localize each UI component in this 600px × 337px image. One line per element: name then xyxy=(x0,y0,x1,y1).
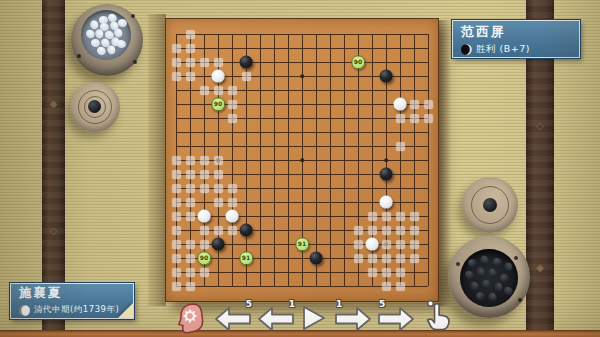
board-cell[interactable] xyxy=(351,265,365,279)
board-cell[interactable] xyxy=(365,279,379,293)
board-cell[interactable] xyxy=(169,41,183,55)
board-cell[interactable] xyxy=(281,83,295,97)
board-cell[interactable] xyxy=(211,237,225,251)
board-cell[interactable] xyxy=(421,41,435,55)
board-cell[interactable] xyxy=(323,153,337,167)
board-cell[interactable] xyxy=(253,237,267,251)
board-cell[interactable] xyxy=(421,181,435,195)
board-cell[interactable] xyxy=(253,223,267,237)
board-cell[interactable] xyxy=(323,237,337,251)
board-cell[interactable] xyxy=(211,251,225,265)
board-cell[interactable] xyxy=(239,181,253,195)
board-cell[interactable] xyxy=(309,223,323,237)
board-cell[interactable] xyxy=(351,125,365,139)
board-cell[interactable] xyxy=(337,181,351,195)
board-cell[interactable] xyxy=(225,27,239,41)
board-cell[interactable] xyxy=(379,237,393,251)
board-cell[interactable] xyxy=(211,139,225,153)
board-cell[interactable] xyxy=(337,27,351,41)
board-cell[interactable] xyxy=(323,139,337,153)
board-cell[interactable] xyxy=(225,69,239,83)
board-cell[interactable] xyxy=(295,125,309,139)
board-cell[interactable] xyxy=(211,55,225,69)
board-cell[interactable] xyxy=(323,69,337,83)
forward-1-button[interactable]: 1 xyxy=(334,305,372,333)
board-cell[interactable] xyxy=(239,237,253,251)
board-cell[interactable] xyxy=(351,223,365,237)
board-cell[interactable] xyxy=(295,139,309,153)
board-cell[interactable] xyxy=(379,153,393,167)
board-cell[interactable] xyxy=(323,251,337,265)
board-cell[interactable] xyxy=(379,125,393,139)
board-cell[interactable] xyxy=(281,97,295,111)
board-cell[interactable] xyxy=(211,181,225,195)
board-cell[interactable] xyxy=(393,181,407,195)
board-cell[interactable] xyxy=(183,251,197,265)
board-cell[interactable] xyxy=(267,209,281,223)
board-cell[interactable] xyxy=(225,181,239,195)
board-cell[interactable] xyxy=(267,97,281,111)
board-cell[interactable] xyxy=(267,265,281,279)
board-cell[interactable] xyxy=(309,209,323,223)
play-button[interactable] xyxy=(299,304,327,332)
board-cell[interactable] xyxy=(239,97,253,111)
board-cell[interactable] xyxy=(337,265,351,279)
board-cell[interactable] xyxy=(295,153,309,167)
board-cell[interactable] xyxy=(337,83,351,97)
board-cell[interactable] xyxy=(281,153,295,167)
board-cell[interactable] xyxy=(309,237,323,251)
board-cell[interactable] xyxy=(379,139,393,153)
board-cell[interactable] xyxy=(253,279,267,293)
board-cell[interactable] xyxy=(183,265,197,279)
board-cell[interactable] xyxy=(281,27,295,41)
board-cell[interactable] xyxy=(421,223,435,237)
board-cell[interactable] xyxy=(253,195,267,209)
board-cell[interactable] xyxy=(211,265,225,279)
board-cell[interactable] xyxy=(183,97,197,111)
board-cell[interactable] xyxy=(225,279,239,293)
board-cell[interactable] xyxy=(267,27,281,41)
board-cell[interactable] xyxy=(323,111,337,125)
board-cell[interactable] xyxy=(407,69,421,83)
board-cell[interactable] xyxy=(365,265,379,279)
board-cell[interactable] xyxy=(295,181,309,195)
board-cell[interactable] xyxy=(295,27,309,41)
board-cell[interactable] xyxy=(393,223,407,237)
board-cell[interactable]: 90 xyxy=(197,251,211,265)
board-cell[interactable] xyxy=(295,209,309,223)
board-cell[interactable] xyxy=(421,279,435,293)
board-cell[interactable] xyxy=(309,153,323,167)
board-cell[interactable] xyxy=(183,279,197,293)
board-cell[interactable] xyxy=(351,209,365,223)
board-cell[interactable] xyxy=(211,167,225,181)
board-cell[interactable] xyxy=(239,83,253,97)
place-stone-button[interactable] xyxy=(420,299,451,333)
board-cell[interactable] xyxy=(169,55,183,69)
board-cell[interactable] xyxy=(421,83,435,97)
board-cell[interactable] xyxy=(421,55,435,69)
board-cell[interactable] xyxy=(225,251,239,265)
board-cell[interactable] xyxy=(309,97,323,111)
board-cell[interactable] xyxy=(323,27,337,41)
board-cell[interactable] xyxy=(183,83,197,97)
board-cell[interactable] xyxy=(211,41,225,55)
board-cell[interactable] xyxy=(323,167,337,181)
board-cell[interactable] xyxy=(197,195,211,209)
board-cell[interactable] xyxy=(169,279,183,293)
board-cell[interactable] xyxy=(407,209,421,223)
board-cell[interactable] xyxy=(309,111,323,125)
board-cell[interactable] xyxy=(169,153,183,167)
board-cell[interactable] xyxy=(337,167,351,181)
board-cell[interactable] xyxy=(379,69,393,83)
board-cell[interactable] xyxy=(281,265,295,279)
board-cell[interactable] xyxy=(351,153,365,167)
board-cell[interactable] xyxy=(323,83,337,97)
board-cell[interactable] xyxy=(183,27,197,41)
board-cell[interactable] xyxy=(169,209,183,223)
board-cell[interactable] xyxy=(281,237,295,251)
board-cell[interactable] xyxy=(169,139,183,153)
board-cell[interactable] xyxy=(197,223,211,237)
board-cell[interactable] xyxy=(253,265,267,279)
board-cell[interactable] xyxy=(239,69,253,83)
board-cell[interactable] xyxy=(281,181,295,195)
board-cell[interactable] xyxy=(309,265,323,279)
board-cell[interactable] xyxy=(295,279,309,293)
board-cell[interactable] xyxy=(337,55,351,69)
board-cell[interactable] xyxy=(365,27,379,41)
board-cell[interactable] xyxy=(309,251,323,265)
board-cell[interactable] xyxy=(365,97,379,111)
board-cell[interactable] xyxy=(239,153,253,167)
board-cell[interactable] xyxy=(295,111,309,125)
board-cell[interactable] xyxy=(267,69,281,83)
board-cell[interactable] xyxy=(407,55,421,69)
board-cell[interactable] xyxy=(337,153,351,167)
board-cell[interactable] xyxy=(309,69,323,83)
board-cell[interactable] xyxy=(281,251,295,265)
board-cell[interactable] xyxy=(393,111,407,125)
board-cell[interactable] xyxy=(267,55,281,69)
board-cell[interactable] xyxy=(337,111,351,125)
board-cell[interactable]: 90 xyxy=(351,55,365,69)
board-cell[interactable] xyxy=(281,41,295,55)
board-cell[interactable] xyxy=(281,139,295,153)
board-cell[interactable] xyxy=(393,83,407,97)
board-cell[interactable] xyxy=(183,139,197,153)
board-cell[interactable] xyxy=(421,139,435,153)
board-cell[interactable] xyxy=(379,209,393,223)
board-cell[interactable] xyxy=(407,237,421,251)
board-cell[interactable] xyxy=(225,97,239,111)
board-cell[interactable] xyxy=(253,41,267,55)
board-cell[interactable] xyxy=(225,195,239,209)
board-cell[interactable] xyxy=(183,195,197,209)
ai-hint-button[interactable] xyxy=(176,302,204,334)
board-cell[interactable] xyxy=(197,279,211,293)
board-cell[interactable] xyxy=(351,251,365,265)
board-cell[interactable] xyxy=(351,181,365,195)
board-cell[interactable] xyxy=(295,265,309,279)
board-cell[interactable] xyxy=(421,27,435,41)
board-cell[interactable] xyxy=(197,97,211,111)
board-cell[interactable] xyxy=(337,209,351,223)
board-cell[interactable] xyxy=(407,153,421,167)
board-cell[interactable] xyxy=(253,97,267,111)
board-cell[interactable] xyxy=(379,167,393,181)
board-cell[interactable] xyxy=(309,139,323,153)
board-cell[interactable] xyxy=(393,265,407,279)
board-cell[interactable] xyxy=(421,251,435,265)
back-1-button[interactable]: 1 xyxy=(257,305,295,333)
board-cell[interactable] xyxy=(253,209,267,223)
board-cell[interactable] xyxy=(267,83,281,97)
board-cell[interactable] xyxy=(225,125,239,139)
board-cell[interactable] xyxy=(323,195,337,209)
board-cell[interactable] xyxy=(365,125,379,139)
board-cell[interactable] xyxy=(239,139,253,153)
board-cell[interactable] xyxy=(323,181,337,195)
board-cell[interactable] xyxy=(281,223,295,237)
board-cell[interactable] xyxy=(239,279,253,293)
board-cell[interactable] xyxy=(239,125,253,139)
board-cell[interactable] xyxy=(379,265,393,279)
board-cell[interactable] xyxy=(337,237,351,251)
board-cell[interactable] xyxy=(379,279,393,293)
board-cell[interactable] xyxy=(393,153,407,167)
board-cell[interactable] xyxy=(267,181,281,195)
board-cell[interactable] xyxy=(197,237,211,251)
board-cell[interactable] xyxy=(351,41,365,55)
board-cell[interactable] xyxy=(393,27,407,41)
board-cell[interactable] xyxy=(365,55,379,69)
board-cell[interactable] xyxy=(393,195,407,209)
board-cell[interactable] xyxy=(183,181,197,195)
board-cell[interactable] xyxy=(253,139,267,153)
board-cell[interactable] xyxy=(421,167,435,181)
board-cell[interactable] xyxy=(309,195,323,209)
board-cell[interactable] xyxy=(267,125,281,139)
board-cell[interactable] xyxy=(211,27,225,41)
board-cell[interactable] xyxy=(197,41,211,55)
board-cell[interactable] xyxy=(225,139,239,153)
board-cell[interactable] xyxy=(183,55,197,69)
board-cell[interactable] xyxy=(267,153,281,167)
board-cell[interactable] xyxy=(281,279,295,293)
board-cell[interactable] xyxy=(323,209,337,223)
board-cell[interactable] xyxy=(225,265,239,279)
board-cell[interactable] xyxy=(267,41,281,55)
board-cell[interactable] xyxy=(309,181,323,195)
board-cell[interactable] xyxy=(281,125,295,139)
board-cell[interactable] xyxy=(407,195,421,209)
board-cell[interactable] xyxy=(365,41,379,55)
board-cell[interactable] xyxy=(211,279,225,293)
board-cell[interactable] xyxy=(407,223,421,237)
board-cell[interactable] xyxy=(253,153,267,167)
board-cell[interactable] xyxy=(253,55,267,69)
board-cell[interactable] xyxy=(169,251,183,265)
board-cell[interactable] xyxy=(197,83,211,97)
board-cell[interactable] xyxy=(323,97,337,111)
board-cell[interactable] xyxy=(183,125,197,139)
board-cell[interactable] xyxy=(365,195,379,209)
board-cell[interactable] xyxy=(421,69,435,83)
board-cell[interactable] xyxy=(295,69,309,83)
board-cell[interactable] xyxy=(197,111,211,125)
board-cell[interactable] xyxy=(225,111,239,125)
board-cell[interactable] xyxy=(267,167,281,181)
board-cell[interactable] xyxy=(295,41,309,55)
board-cell[interactable] xyxy=(197,265,211,279)
board-cell[interactable] xyxy=(407,181,421,195)
board-cell[interactable] xyxy=(421,97,435,111)
board-cell[interactable] xyxy=(169,27,183,41)
board-cell[interactable] xyxy=(281,195,295,209)
board-cell[interactable] xyxy=(379,41,393,55)
board-cell[interactable] xyxy=(197,153,211,167)
board-cell[interactable] xyxy=(211,125,225,139)
board-cell[interactable] xyxy=(225,209,239,223)
board-cell[interactable] xyxy=(351,27,365,41)
board-cell[interactable] xyxy=(239,167,253,181)
board-cell[interactable]: 90 xyxy=(211,97,225,111)
board-cell[interactable] xyxy=(295,223,309,237)
board-cell[interactable] xyxy=(365,167,379,181)
board-cell[interactable] xyxy=(407,97,421,111)
board-cell[interactable] xyxy=(295,97,309,111)
board-cell[interactable] xyxy=(407,111,421,125)
board-cell[interactable] xyxy=(337,279,351,293)
board-cell[interactable] xyxy=(169,69,183,83)
board-cell[interactable] xyxy=(379,181,393,195)
board-cell[interactable] xyxy=(393,167,407,181)
board-cell[interactable] xyxy=(365,237,379,251)
board-cell[interactable] xyxy=(253,167,267,181)
board-cell[interactable] xyxy=(393,55,407,69)
board-cell[interactable] xyxy=(183,167,197,181)
board-cell[interactable] xyxy=(407,125,421,139)
board-cell[interactable] xyxy=(169,223,183,237)
board-cell[interactable] xyxy=(169,167,183,181)
board-cell[interactable] xyxy=(337,97,351,111)
board-cell[interactable] xyxy=(169,111,183,125)
board-cell[interactable] xyxy=(365,223,379,237)
board-cell[interactable] xyxy=(183,237,197,251)
board-cell[interactable] xyxy=(197,209,211,223)
board-cell[interactable] xyxy=(239,41,253,55)
board-cell[interactable] xyxy=(323,279,337,293)
board-cell[interactable] xyxy=(211,111,225,125)
board-cell[interactable] xyxy=(239,209,253,223)
board-cell[interactable] xyxy=(393,125,407,139)
board-cell[interactable] xyxy=(379,111,393,125)
board-cell[interactable] xyxy=(365,181,379,195)
board-cell[interactable] xyxy=(421,265,435,279)
board-cell[interactable] xyxy=(281,111,295,125)
board-cell[interactable] xyxy=(379,195,393,209)
board-cell[interactable] xyxy=(365,153,379,167)
board-cell[interactable] xyxy=(323,223,337,237)
board-cell[interactable] xyxy=(267,111,281,125)
board-cell[interactable] xyxy=(379,223,393,237)
board-cell[interactable] xyxy=(183,111,197,125)
board-cell[interactable] xyxy=(407,265,421,279)
board-cell[interactable] xyxy=(323,55,337,69)
board-cell[interactable] xyxy=(393,209,407,223)
board-cell[interactable] xyxy=(379,251,393,265)
board-cell[interactable] xyxy=(309,83,323,97)
board-cell[interactable] xyxy=(365,69,379,83)
board-cell[interactable] xyxy=(365,251,379,265)
board-cell[interactable] xyxy=(309,27,323,41)
board-cell[interactable] xyxy=(351,97,365,111)
board-cell[interactable] xyxy=(309,167,323,181)
board-cell[interactable] xyxy=(281,55,295,69)
board-cell[interactable] xyxy=(169,97,183,111)
board-cell[interactable] xyxy=(337,41,351,55)
board-cell[interactable] xyxy=(211,83,225,97)
board-cell[interactable] xyxy=(379,27,393,41)
board-cell[interactable] xyxy=(337,125,351,139)
board-cell[interactable] xyxy=(225,167,239,181)
board-cell[interactable] xyxy=(407,41,421,55)
board-cell[interactable] xyxy=(337,69,351,83)
board-cell[interactable] xyxy=(309,279,323,293)
board-cell[interactable] xyxy=(267,237,281,251)
board-cell[interactable] xyxy=(337,223,351,237)
board-cell[interactable] xyxy=(267,139,281,153)
board-cell[interactable] xyxy=(253,181,267,195)
board-cell[interactable] xyxy=(323,41,337,55)
board-cell[interactable] xyxy=(169,83,183,97)
board-cell[interactable] xyxy=(253,111,267,125)
board-cell[interactable] xyxy=(407,139,421,153)
board-cell[interactable] xyxy=(253,125,267,139)
board-cell[interactable] xyxy=(337,139,351,153)
board-cell[interactable] xyxy=(351,167,365,181)
board-cell[interactable] xyxy=(239,195,253,209)
board-cell[interactable] xyxy=(281,69,295,83)
go-board-grid[interactable]: 9090919091 xyxy=(169,27,435,293)
board-cell[interactable] xyxy=(309,125,323,139)
board-cell[interactable] xyxy=(169,237,183,251)
board-cell[interactable] xyxy=(211,195,225,209)
board-cell[interactable] xyxy=(421,209,435,223)
back-5-button[interactable]: 5 xyxy=(214,305,252,333)
board-cell[interactable] xyxy=(351,139,365,153)
board-cell[interactable] xyxy=(323,265,337,279)
board-cell[interactable] xyxy=(407,83,421,97)
board-cell[interactable] xyxy=(351,279,365,293)
board-cell[interactable] xyxy=(337,251,351,265)
board-cell[interactable] xyxy=(351,195,365,209)
board-cell[interactable] xyxy=(197,181,211,195)
board-cell[interactable] xyxy=(407,167,421,181)
board-cell[interactable] xyxy=(295,167,309,181)
board-cell[interactable] xyxy=(351,69,365,83)
board-cell[interactable] xyxy=(295,83,309,97)
board-cell[interactable] xyxy=(421,195,435,209)
board-cell[interactable] xyxy=(197,27,211,41)
board-cell[interactable] xyxy=(239,55,253,69)
board-cell[interactable] xyxy=(225,83,239,97)
board-cell[interactable] xyxy=(407,279,421,293)
board-cell[interactable] xyxy=(183,153,197,167)
